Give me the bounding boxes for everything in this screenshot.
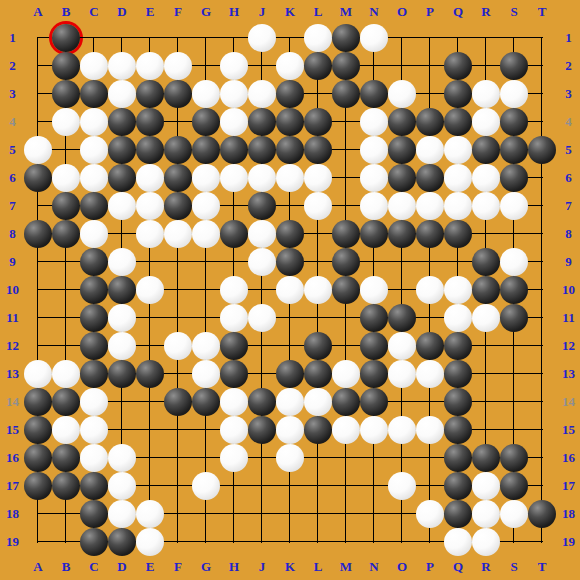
point-P19[interactable] (416, 528, 444, 556)
point-O18[interactable] (388, 500, 416, 528)
point-N10[interactable] (360, 276, 388, 304)
point-M10[interactable] (332, 276, 360, 304)
point-G18[interactable] (192, 500, 220, 528)
point-B1[interactable] (52, 24, 80, 52)
point-E19[interactable] (136, 528, 164, 556)
point-B5[interactable] (52, 136, 80, 164)
point-T5[interactable] (528, 136, 556, 164)
point-C10[interactable] (80, 276, 108, 304)
point-O11[interactable] (388, 304, 416, 332)
point-M1[interactable] (332, 24, 360, 52)
point-G16[interactable] (192, 444, 220, 472)
point-L18[interactable] (304, 500, 332, 528)
point-G4[interactable] (192, 108, 220, 136)
point-B6[interactable] (52, 164, 80, 192)
point-F15[interactable] (164, 416, 192, 444)
point-B17[interactable] (52, 472, 80, 500)
point-B10[interactable] (52, 276, 80, 304)
point-S4[interactable] (500, 108, 528, 136)
point-S2[interactable] (500, 52, 528, 80)
point-F17[interactable] (164, 472, 192, 500)
point-L5[interactable] (304, 136, 332, 164)
point-N4[interactable] (360, 108, 388, 136)
point-S13[interactable] (500, 360, 528, 388)
point-E8[interactable] (136, 220, 164, 248)
point-H1[interactable] (220, 24, 248, 52)
point-G10[interactable] (192, 276, 220, 304)
point-D15[interactable] (108, 416, 136, 444)
point-M15[interactable] (332, 416, 360, 444)
point-Q7[interactable] (444, 192, 472, 220)
point-N3[interactable] (360, 80, 388, 108)
point-M2[interactable] (332, 52, 360, 80)
point-O19[interactable] (388, 528, 416, 556)
point-O6[interactable] (388, 164, 416, 192)
point-C19[interactable] (80, 528, 108, 556)
point-E14[interactable] (136, 388, 164, 416)
point-D10[interactable] (108, 276, 136, 304)
point-A13[interactable] (24, 360, 52, 388)
point-H18[interactable] (220, 500, 248, 528)
point-J2[interactable] (248, 52, 276, 80)
point-P11[interactable] (416, 304, 444, 332)
point-C16[interactable] (80, 444, 108, 472)
point-B11[interactable] (52, 304, 80, 332)
point-C7[interactable] (80, 192, 108, 220)
point-O5[interactable] (388, 136, 416, 164)
point-C14[interactable] (80, 388, 108, 416)
point-K17[interactable] (276, 472, 304, 500)
point-B7[interactable] (52, 192, 80, 220)
point-C8[interactable] (80, 220, 108, 248)
point-Q12[interactable] (444, 332, 472, 360)
point-L10[interactable] (304, 276, 332, 304)
point-P16[interactable] (416, 444, 444, 472)
point-K18[interactable] (276, 500, 304, 528)
point-R7[interactable] (472, 192, 500, 220)
point-C1[interactable] (80, 24, 108, 52)
point-E13[interactable] (136, 360, 164, 388)
point-K12[interactable] (276, 332, 304, 360)
point-T1[interactable] (528, 24, 556, 52)
point-N6[interactable] (360, 164, 388, 192)
point-L6[interactable] (304, 164, 332, 192)
point-E17[interactable] (136, 472, 164, 500)
point-N12[interactable] (360, 332, 388, 360)
point-M3[interactable] (332, 80, 360, 108)
point-Q13[interactable] (444, 360, 472, 388)
point-D16[interactable] (108, 444, 136, 472)
point-J14[interactable] (248, 388, 276, 416)
point-R13[interactable] (472, 360, 500, 388)
point-J15[interactable] (248, 416, 276, 444)
point-B13[interactable] (52, 360, 80, 388)
point-O3[interactable] (388, 80, 416, 108)
point-K7[interactable] (276, 192, 304, 220)
point-T6[interactable] (528, 164, 556, 192)
point-A5[interactable] (24, 136, 52, 164)
point-M12[interactable] (332, 332, 360, 360)
point-L4[interactable] (304, 108, 332, 136)
point-L14[interactable] (304, 388, 332, 416)
point-D5[interactable] (108, 136, 136, 164)
point-N9[interactable] (360, 248, 388, 276)
point-H12[interactable] (220, 332, 248, 360)
point-G3[interactable] (192, 80, 220, 108)
point-O16[interactable] (388, 444, 416, 472)
point-E4[interactable] (136, 108, 164, 136)
point-E5[interactable] (136, 136, 164, 164)
point-B2[interactable] (52, 52, 80, 80)
point-H16[interactable] (220, 444, 248, 472)
point-A10[interactable] (24, 276, 52, 304)
point-B4[interactable] (52, 108, 80, 136)
point-Q4[interactable] (444, 108, 472, 136)
point-M7[interactable] (332, 192, 360, 220)
point-L7[interactable] (304, 192, 332, 220)
point-R5[interactable] (472, 136, 500, 164)
point-N5[interactable] (360, 136, 388, 164)
point-T10[interactable] (528, 276, 556, 304)
point-P18[interactable] (416, 500, 444, 528)
point-R11[interactable] (472, 304, 500, 332)
point-Q15[interactable] (444, 416, 472, 444)
point-O4[interactable] (388, 108, 416, 136)
point-K16[interactable] (276, 444, 304, 472)
point-O8[interactable] (388, 220, 416, 248)
point-E16[interactable] (136, 444, 164, 472)
point-M13[interactable] (332, 360, 360, 388)
point-T3[interactable] (528, 80, 556, 108)
point-N19[interactable] (360, 528, 388, 556)
point-J8[interactable] (248, 220, 276, 248)
point-C15[interactable] (80, 416, 108, 444)
point-N8[interactable] (360, 220, 388, 248)
point-M16[interactable] (332, 444, 360, 472)
point-S18[interactable] (500, 500, 528, 528)
point-S10[interactable] (500, 276, 528, 304)
point-D11[interactable] (108, 304, 136, 332)
point-C3[interactable] (80, 80, 108, 108)
point-E1[interactable] (136, 24, 164, 52)
point-O7[interactable] (388, 192, 416, 220)
point-B12[interactable] (52, 332, 80, 360)
point-K6[interactable] (276, 164, 304, 192)
point-K1[interactable] (276, 24, 304, 52)
point-F9[interactable] (164, 248, 192, 276)
point-M17[interactable] (332, 472, 360, 500)
point-K3[interactable] (276, 80, 304, 108)
point-D12[interactable] (108, 332, 136, 360)
point-P14[interactable] (416, 388, 444, 416)
point-Q8[interactable] (444, 220, 472, 248)
point-C4[interactable] (80, 108, 108, 136)
point-P10[interactable] (416, 276, 444, 304)
point-J4[interactable] (248, 108, 276, 136)
point-T12[interactable] (528, 332, 556, 360)
point-C6[interactable] (80, 164, 108, 192)
point-O1[interactable] (388, 24, 416, 52)
point-T8[interactable] (528, 220, 556, 248)
point-F3[interactable] (164, 80, 192, 108)
point-K10[interactable] (276, 276, 304, 304)
point-A11[interactable] (24, 304, 52, 332)
point-O2[interactable] (388, 52, 416, 80)
point-F14[interactable] (164, 388, 192, 416)
point-Q17[interactable] (444, 472, 472, 500)
point-K5[interactable] (276, 136, 304, 164)
point-R6[interactable] (472, 164, 500, 192)
point-T16[interactable] (528, 444, 556, 472)
point-H9[interactable] (220, 248, 248, 276)
point-H17[interactable] (220, 472, 248, 500)
point-Q1[interactable] (444, 24, 472, 52)
point-L12[interactable] (304, 332, 332, 360)
point-T17[interactable] (528, 472, 556, 500)
point-K9[interactable] (276, 248, 304, 276)
point-Q19[interactable] (444, 528, 472, 556)
point-Q2[interactable] (444, 52, 472, 80)
point-K4[interactable] (276, 108, 304, 136)
point-A3[interactable] (24, 80, 52, 108)
point-H11[interactable] (220, 304, 248, 332)
point-G15[interactable] (192, 416, 220, 444)
point-S15[interactable] (500, 416, 528, 444)
point-P17[interactable] (416, 472, 444, 500)
point-A8[interactable] (24, 220, 52, 248)
point-P6[interactable] (416, 164, 444, 192)
point-M14[interactable] (332, 388, 360, 416)
point-G14[interactable] (192, 388, 220, 416)
point-A1[interactable] (24, 24, 52, 52)
point-L15[interactable] (304, 416, 332, 444)
point-M19[interactable] (332, 528, 360, 556)
point-O10[interactable] (388, 276, 416, 304)
point-O15[interactable] (388, 416, 416, 444)
point-S14[interactable] (500, 388, 528, 416)
point-F7[interactable] (164, 192, 192, 220)
point-R8[interactable] (472, 220, 500, 248)
point-F16[interactable] (164, 444, 192, 472)
point-D18[interactable] (108, 500, 136, 528)
point-N16[interactable] (360, 444, 388, 472)
point-S8[interactable] (500, 220, 528, 248)
point-J13[interactable] (248, 360, 276, 388)
point-J7[interactable] (248, 192, 276, 220)
point-B15[interactable] (52, 416, 80, 444)
point-N15[interactable] (360, 416, 388, 444)
point-S1[interactable] (500, 24, 528, 52)
point-J3[interactable] (248, 80, 276, 108)
point-F4[interactable] (164, 108, 192, 136)
point-H5[interactable] (220, 136, 248, 164)
point-B14[interactable] (52, 388, 80, 416)
point-P15[interactable] (416, 416, 444, 444)
point-B3[interactable] (52, 80, 80, 108)
point-D8[interactable] (108, 220, 136, 248)
point-L1[interactable] (304, 24, 332, 52)
point-P7[interactable] (416, 192, 444, 220)
point-T2[interactable] (528, 52, 556, 80)
point-P2[interactable] (416, 52, 444, 80)
point-E15[interactable] (136, 416, 164, 444)
point-D9[interactable] (108, 248, 136, 276)
point-J16[interactable] (248, 444, 276, 472)
point-D17[interactable] (108, 472, 136, 500)
point-O12[interactable] (388, 332, 416, 360)
point-J12[interactable] (248, 332, 276, 360)
point-J17[interactable] (248, 472, 276, 500)
point-S16[interactable] (500, 444, 528, 472)
point-D3[interactable] (108, 80, 136, 108)
point-Q3[interactable] (444, 80, 472, 108)
point-F11[interactable] (164, 304, 192, 332)
point-L16[interactable] (304, 444, 332, 472)
point-G9[interactable] (192, 248, 220, 276)
point-P3[interactable] (416, 80, 444, 108)
point-S19[interactable] (500, 528, 528, 556)
point-A15[interactable] (24, 416, 52, 444)
point-R9[interactable] (472, 248, 500, 276)
point-Q11[interactable] (444, 304, 472, 332)
point-Q16[interactable] (444, 444, 472, 472)
point-C13[interactable] (80, 360, 108, 388)
point-H7[interactable] (220, 192, 248, 220)
point-R1[interactable] (472, 24, 500, 52)
point-T11[interactable] (528, 304, 556, 332)
point-D6[interactable] (108, 164, 136, 192)
point-S9[interactable] (500, 248, 528, 276)
point-G8[interactable] (192, 220, 220, 248)
point-Q5[interactable] (444, 136, 472, 164)
point-M4[interactable] (332, 108, 360, 136)
point-S6[interactable] (500, 164, 528, 192)
point-E7[interactable] (136, 192, 164, 220)
point-O13[interactable] (388, 360, 416, 388)
point-B18[interactable] (52, 500, 80, 528)
point-E6[interactable] (136, 164, 164, 192)
point-L8[interactable] (304, 220, 332, 248)
point-K11[interactable] (276, 304, 304, 332)
point-J18[interactable] (248, 500, 276, 528)
point-N11[interactable] (360, 304, 388, 332)
point-E9[interactable] (136, 248, 164, 276)
point-E12[interactable] (136, 332, 164, 360)
point-F2[interactable] (164, 52, 192, 80)
point-R18[interactable] (472, 500, 500, 528)
point-S5[interactable] (500, 136, 528, 164)
point-R4[interactable] (472, 108, 500, 136)
point-Q6[interactable] (444, 164, 472, 192)
point-G2[interactable] (192, 52, 220, 80)
point-A18[interactable] (24, 500, 52, 528)
point-B9[interactable] (52, 248, 80, 276)
point-M6[interactable] (332, 164, 360, 192)
point-F10[interactable] (164, 276, 192, 304)
point-B19[interactable] (52, 528, 80, 556)
point-H15[interactable] (220, 416, 248, 444)
point-C18[interactable] (80, 500, 108, 528)
point-P4[interactable] (416, 108, 444, 136)
point-J5[interactable] (248, 136, 276, 164)
point-J6[interactable] (248, 164, 276, 192)
point-L17[interactable] (304, 472, 332, 500)
point-G6[interactable] (192, 164, 220, 192)
point-A16[interactable] (24, 444, 52, 472)
point-D1[interactable] (108, 24, 136, 52)
point-F8[interactable] (164, 220, 192, 248)
point-A9[interactable] (24, 248, 52, 276)
point-A19[interactable] (24, 528, 52, 556)
point-H3[interactable] (220, 80, 248, 108)
point-D14[interactable] (108, 388, 136, 416)
point-N2[interactable] (360, 52, 388, 80)
point-F19[interactable] (164, 528, 192, 556)
point-K8[interactable] (276, 220, 304, 248)
point-A12[interactable] (24, 332, 52, 360)
point-Q14[interactable] (444, 388, 472, 416)
point-S11[interactable] (500, 304, 528, 332)
point-P1[interactable] (416, 24, 444, 52)
point-R12[interactable] (472, 332, 500, 360)
point-M8[interactable] (332, 220, 360, 248)
point-G1[interactable] (192, 24, 220, 52)
point-E10[interactable] (136, 276, 164, 304)
point-T4[interactable] (528, 108, 556, 136)
point-C12[interactable] (80, 332, 108, 360)
point-M11[interactable] (332, 304, 360, 332)
point-M5[interactable] (332, 136, 360, 164)
point-F18[interactable] (164, 500, 192, 528)
point-R14[interactable] (472, 388, 500, 416)
point-M9[interactable] (332, 248, 360, 276)
point-T7[interactable] (528, 192, 556, 220)
point-S7[interactable] (500, 192, 528, 220)
point-M18[interactable] (332, 500, 360, 528)
point-R15[interactable] (472, 416, 500, 444)
point-N14[interactable] (360, 388, 388, 416)
point-S12[interactable] (500, 332, 528, 360)
point-H4[interactable] (220, 108, 248, 136)
point-L19[interactable] (304, 528, 332, 556)
point-G5[interactable] (192, 136, 220, 164)
point-C9[interactable] (80, 248, 108, 276)
point-G7[interactable] (192, 192, 220, 220)
point-H8[interactable] (220, 220, 248, 248)
point-E3[interactable] (136, 80, 164, 108)
point-T14[interactable] (528, 388, 556, 416)
point-R2[interactable] (472, 52, 500, 80)
point-G12[interactable] (192, 332, 220, 360)
point-S17[interactable] (500, 472, 528, 500)
point-D19[interactable] (108, 528, 136, 556)
point-D13[interactable] (108, 360, 136, 388)
point-A2[interactable] (24, 52, 52, 80)
point-J19[interactable] (248, 528, 276, 556)
point-Q9[interactable] (444, 248, 472, 276)
point-N7[interactable] (360, 192, 388, 220)
point-P9[interactable] (416, 248, 444, 276)
point-G17[interactable] (192, 472, 220, 500)
point-O17[interactable] (388, 472, 416, 500)
point-B8[interactable] (52, 220, 80, 248)
point-R3[interactable] (472, 80, 500, 108)
point-R10[interactable] (472, 276, 500, 304)
point-F1[interactable] (164, 24, 192, 52)
point-H6[interactable] (220, 164, 248, 192)
point-H10[interactable] (220, 276, 248, 304)
point-O14[interactable] (388, 388, 416, 416)
